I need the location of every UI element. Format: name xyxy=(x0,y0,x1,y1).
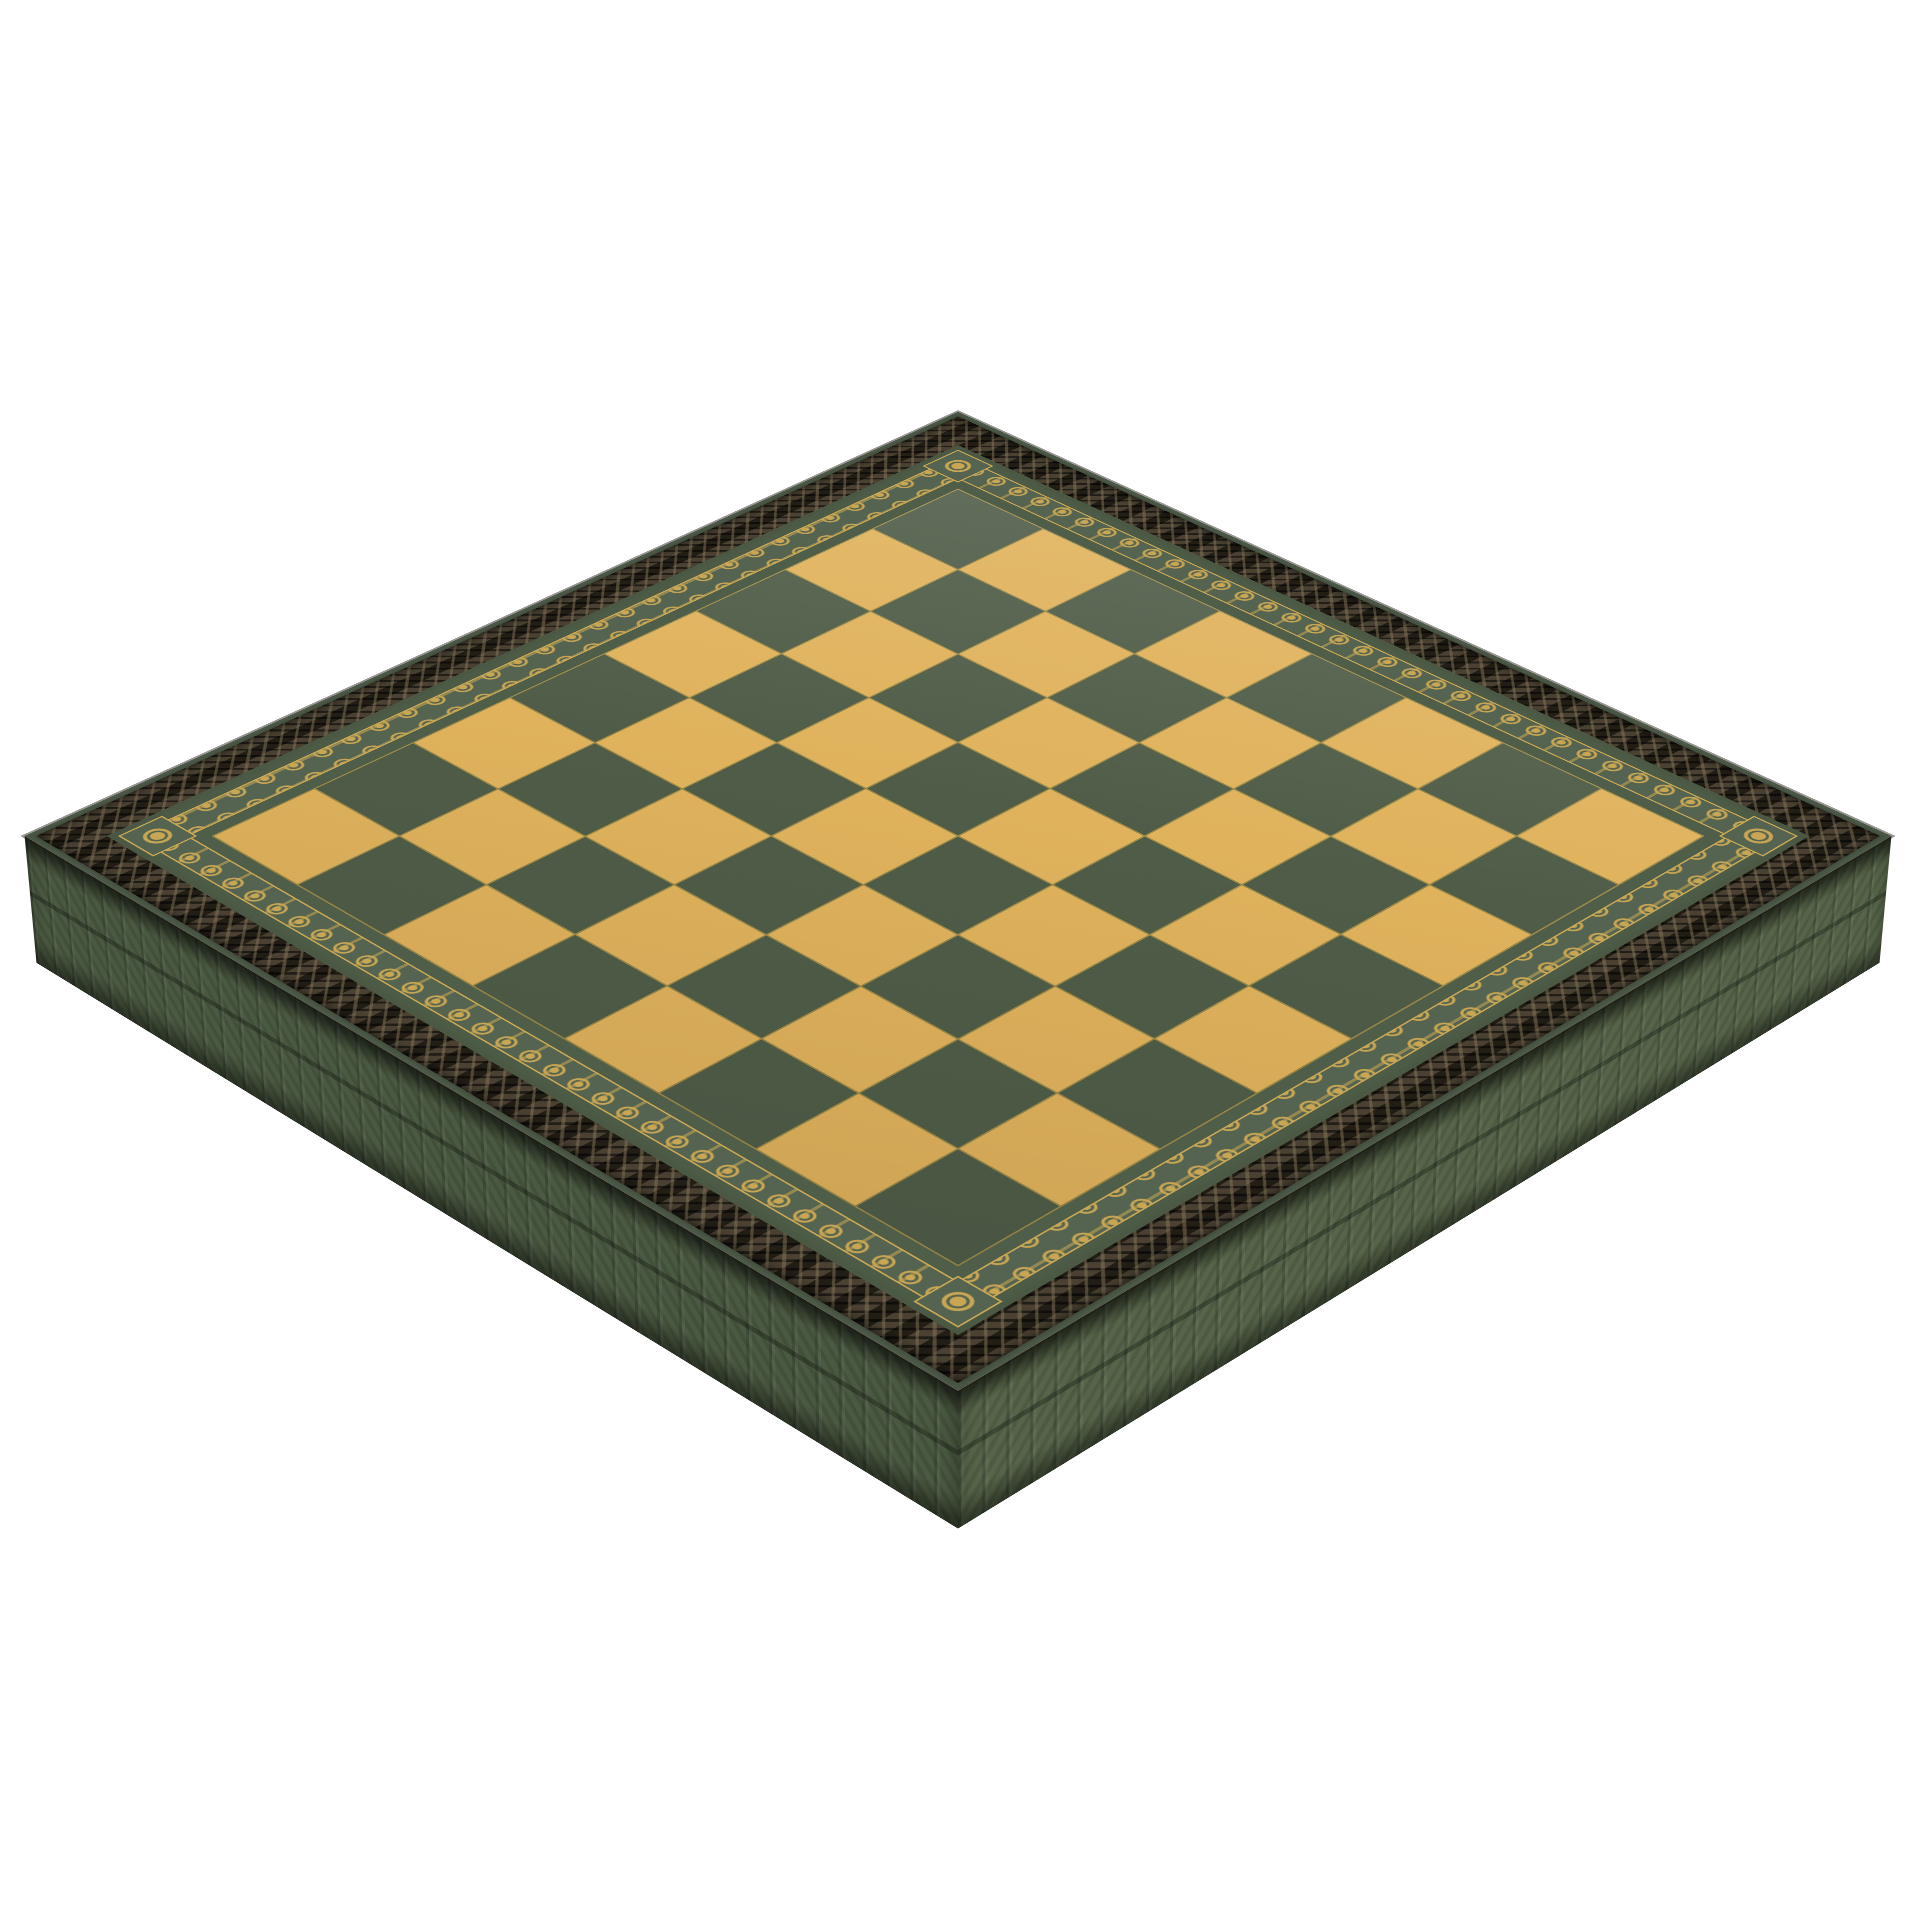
board-square xyxy=(1156,987,1350,1092)
board-square xyxy=(385,885,574,985)
board-square xyxy=(959,987,1153,1092)
board-square xyxy=(757,1094,956,1206)
board-square xyxy=(960,1094,1159,1206)
board-square xyxy=(487,837,673,934)
board-square xyxy=(860,1040,1057,1148)
board-square xyxy=(1432,837,1618,934)
board-square xyxy=(959,885,1148,985)
corner-rosette-icon xyxy=(913,1276,1002,1328)
board-square xyxy=(676,837,862,934)
board-square xyxy=(577,885,766,985)
board-top-face xyxy=(25,412,1892,1391)
board-square xyxy=(768,885,957,985)
board-square xyxy=(1243,837,1429,934)
board-square xyxy=(763,987,957,1092)
board-square xyxy=(474,935,665,1038)
board-square xyxy=(1057,935,1248,1038)
board-square xyxy=(865,837,1051,934)
board-square xyxy=(1059,1040,1256,1148)
board-square xyxy=(1342,885,1531,985)
board-square xyxy=(1251,935,1442,1038)
product-photo-scene xyxy=(0,0,1920,1920)
board-square xyxy=(1054,837,1240,934)
board-square xyxy=(1151,885,1340,985)
board-square xyxy=(660,1040,857,1148)
board-square xyxy=(668,935,859,1038)
board-square xyxy=(566,987,760,1092)
board-square xyxy=(857,1150,1059,1265)
board-square xyxy=(299,837,485,934)
board-square xyxy=(862,935,1053,1038)
